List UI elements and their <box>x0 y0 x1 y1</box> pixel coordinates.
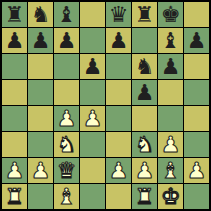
square-h5[interactable] <box>184 80 209 105</box>
square-d3[interactable] <box>80 132 105 157</box>
square-h1[interactable] <box>184 184 209 209</box>
square-b7[interactable]: ♟ <box>28 28 53 53</box>
piece-black-pawn-icon[interactable]: ♟ <box>187 28 207 53</box>
square-f4[interactable] <box>132 106 157 131</box>
square-c5[interactable] <box>54 80 79 105</box>
piece-black-pawn-icon[interactable]: ♟ <box>83 54 103 79</box>
square-c3[interactable]: ♞ <box>54 132 79 157</box>
square-b2[interactable]: ♟ <box>28 158 53 183</box>
piece-white-queen-icon[interactable]: ♛ <box>57 158 77 183</box>
square-e2[interactable]: ♟ <box>106 158 131 183</box>
square-a5[interactable] <box>2 80 27 105</box>
square-b8[interactable]: ♞ <box>28 2 53 27</box>
piece-black-pawn-icon[interactable]: ♟ <box>135 80 155 105</box>
square-b4[interactable] <box>28 106 53 131</box>
piece-black-knight-icon[interactable]: ♞ <box>31 2 51 27</box>
square-h4[interactable] <box>184 106 209 131</box>
piece-white-pawn-icon[interactable]: ♟ <box>135 158 155 183</box>
square-h2[interactable]: ♟ <box>184 158 209 183</box>
square-f1[interactable]: ♜ <box>132 184 157 209</box>
square-e8[interactable]: ♛ <box>106 2 131 27</box>
piece-white-king-icon[interactable]: ♚ <box>161 184 181 209</box>
piece-white-pawn-icon[interactable]: ♟ <box>5 158 25 183</box>
square-a1[interactable]: ♜ <box>2 184 27 209</box>
square-h7[interactable]: ♟ <box>184 28 209 53</box>
square-g8[interactable]: ♚ <box>158 2 183 27</box>
square-d1[interactable] <box>80 184 105 209</box>
piece-white-pawn-icon[interactable]: ♟ <box>109 158 129 183</box>
piece-black-queen-icon[interactable]: ♛ <box>109 2 129 27</box>
piece-black-pawn-icon[interactable]: ♟ <box>161 54 181 79</box>
square-h8[interactable] <box>184 2 209 27</box>
piece-black-pawn-icon[interactable]: ♟ <box>109 28 129 53</box>
square-c1[interactable]: ♝ <box>54 184 79 209</box>
square-h3[interactable] <box>184 132 209 157</box>
square-g3[interactable]: ♟ <box>158 132 183 157</box>
square-d6[interactable]: ♟ <box>80 54 105 79</box>
square-f8[interactable]: ♜ <box>132 2 157 27</box>
square-g1[interactable]: ♚ <box>158 184 183 209</box>
piece-white-bishop-icon[interactable]: ♝ <box>57 184 77 209</box>
square-a4[interactable] <box>2 106 27 131</box>
piece-black-rook-icon[interactable]: ♜ <box>135 2 155 27</box>
chess-board-frame: ♜♞♝♛♜♚♟♟♟♟♝♟♟♞♟♟♟♟♞♞♟♟♟♛♟♟♝♟♜♝♜♚ <box>0 0 211 211</box>
piece-black-bishop-icon[interactable]: ♝ <box>57 2 77 27</box>
square-e4[interactable] <box>106 106 131 131</box>
square-b5[interactable] <box>28 80 53 105</box>
square-a2[interactable]: ♟ <box>2 158 27 183</box>
chess-board: ♜♞♝♛♜♚♟♟♟♟♝♟♟♞♟♟♟♟♞♞♟♟♟♛♟♟♝♟♜♝♜♚ <box>2 2 209 209</box>
square-f7[interactable] <box>132 28 157 53</box>
square-b1[interactable] <box>28 184 53 209</box>
piece-black-pawn-icon[interactable]: ♟ <box>5 28 25 53</box>
piece-black-rook-icon[interactable]: ♜ <box>5 2 25 27</box>
piece-white-rook-icon[interactable]: ♜ <box>5 184 25 209</box>
piece-white-knight-icon[interactable]: ♞ <box>57 132 77 157</box>
square-a7[interactable]: ♟ <box>2 28 27 53</box>
piece-black-pawn-icon[interactable]: ♟ <box>57 28 77 53</box>
square-b6[interactable] <box>28 54 53 79</box>
square-e5[interactable] <box>106 80 131 105</box>
square-a3[interactable] <box>2 132 27 157</box>
piece-white-pawn-icon[interactable]: ♟ <box>161 132 181 157</box>
square-e1[interactable] <box>106 184 131 209</box>
piece-white-knight-icon[interactable]: ♞ <box>135 132 155 157</box>
square-e3[interactable] <box>106 132 131 157</box>
square-f6[interactable]: ♞ <box>132 54 157 79</box>
square-h6[interactable] <box>184 54 209 79</box>
piece-white-bishop-icon[interactable]: ♝ <box>161 158 181 183</box>
square-b3[interactable] <box>28 132 53 157</box>
square-f5[interactable]: ♟ <box>132 80 157 105</box>
piece-white-rook-icon[interactable]: ♜ <box>135 184 155 209</box>
piece-white-pawn-icon[interactable]: ♟ <box>57 106 77 131</box>
square-c4[interactable]: ♟ <box>54 106 79 131</box>
square-d5[interactable] <box>80 80 105 105</box>
piece-white-pawn-icon[interactable]: ♟ <box>187 158 207 183</box>
square-d8[interactable] <box>80 2 105 27</box>
piece-white-pawn-icon[interactable]: ♟ <box>31 158 51 183</box>
square-c7[interactable]: ♟ <box>54 28 79 53</box>
square-d7[interactable] <box>80 28 105 53</box>
piece-black-pawn-icon[interactable]: ♟ <box>31 28 51 53</box>
square-g5[interactable] <box>158 80 183 105</box>
square-g4[interactable] <box>158 106 183 131</box>
piece-black-knight-icon[interactable]: ♞ <box>135 54 155 79</box>
square-g2[interactable]: ♝ <box>158 158 183 183</box>
square-c2[interactable]: ♛ <box>54 158 79 183</box>
square-e7[interactable]: ♟ <box>106 28 131 53</box>
square-d4[interactable]: ♟ <box>80 106 105 131</box>
square-d2[interactable] <box>80 158 105 183</box>
square-c8[interactable]: ♝ <box>54 2 79 27</box>
square-a6[interactable] <box>2 54 27 79</box>
square-e6[interactable] <box>106 54 131 79</box>
square-c6[interactable] <box>54 54 79 79</box>
square-f3[interactable]: ♞ <box>132 132 157 157</box>
piece-white-pawn-icon[interactable]: ♟ <box>83 106 103 131</box>
square-g7[interactable]: ♝ <box>158 28 183 53</box>
piece-black-king-icon[interactable]: ♚ <box>161 2 181 27</box>
square-f2[interactable]: ♟ <box>132 158 157 183</box>
square-a8[interactable]: ♜ <box>2 2 27 27</box>
piece-black-bishop-icon[interactable]: ♝ <box>161 28 181 53</box>
square-g6[interactable]: ♟ <box>158 54 183 79</box>
